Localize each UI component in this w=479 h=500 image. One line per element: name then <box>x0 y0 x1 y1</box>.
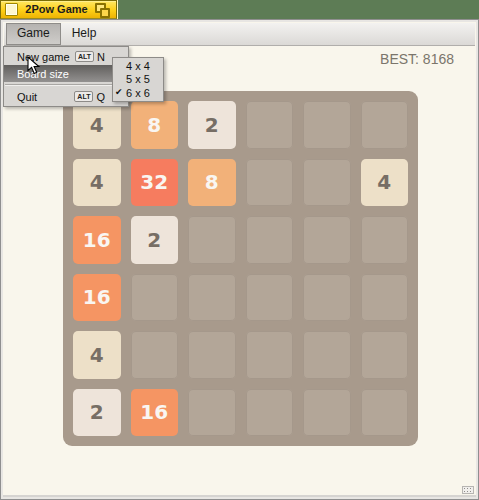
shortcut-key: N <box>97 51 105 63</box>
tile-4: 4 <box>361 159 409 207</box>
window-title: 2Pow Game <box>18 1 95 18</box>
title-bar[interactable]: 2Pow Game <box>0 0 117 19</box>
tile-4: 4 <box>73 159 121 207</box>
tile-16: 16 <box>131 389 179 437</box>
empty-cell <box>303 159 351 207</box>
quit-shortcut: ALT Q <box>74 91 105 103</box>
empty-cell <box>361 274 409 322</box>
menu-item-board-size[interactable]: Board size ▶ <box>4 65 128 82</box>
submenu-item-6x6[interactable]: ✔ 6 x 6 <box>113 86 163 100</box>
empty-cell <box>303 389 351 437</box>
empty-cell <box>188 389 236 437</box>
tile-2: 2 <box>73 389 121 437</box>
game-menu-popup: New game ALT N Board size ▶ Quit ALT Q <box>3 46 129 107</box>
board: 48243284162164216 <box>63 91 418 446</box>
empty-cell <box>246 159 294 207</box>
option-4x4-label: 4 x 4 <box>126 60 150 72</box>
empty-cell <box>303 274 351 322</box>
menu-item-new-game[interactable]: New game ALT N <box>4 48 128 65</box>
desktop: Game Help BEST: 8168 48243284162164216 2… <box>0 0 479 500</box>
board-size-submenu: 4 x 4 5 x 5 ✔ 6 x 6 <box>112 57 164 102</box>
empty-cell <box>188 274 236 322</box>
tile-8: 8 <box>188 159 236 207</box>
empty-cell <box>361 389 409 437</box>
empty-cell <box>361 216 409 264</box>
empty-cell <box>188 216 236 264</box>
empty-cell <box>246 274 294 322</box>
empty-cell <box>246 101 294 149</box>
empty-cell <box>131 274 179 322</box>
empty-cell <box>246 389 294 437</box>
mouse-cursor-icon <box>27 56 41 76</box>
alt-key-badge: ALT <box>75 51 94 62</box>
board-size-label: Board size <box>17 68 69 80</box>
alt-key-badge: ALT <box>74 91 93 102</box>
tile-32: 32 <box>131 159 179 207</box>
empty-cell <box>188 331 236 379</box>
best-score-label: BEST: 8168 <box>380 51 454 67</box>
submenu-item-4x4[interactable]: 4 x 4 <box>113 59 163 73</box>
new-game-shortcut: ALT N <box>75 51 105 63</box>
empty-cell <box>246 331 294 379</box>
tile-2: 2 <box>131 216 179 264</box>
submenu-item-5x5[interactable]: 5 x 5 <box>113 73 163 87</box>
shade-window-icon[interactable] <box>95 2 111 17</box>
shade-icon-front-square <box>100 8 110 18</box>
new-game-label: New game <box>17 51 70 63</box>
tile-4: 4 <box>73 101 121 149</box>
menu-bar: Game Help <box>4 23 475 46</box>
quit-label: Quit <box>17 91 37 103</box>
tile-16: 16 <box>73 274 121 322</box>
empty-cell <box>303 216 351 264</box>
tile-8: 8 <box>131 101 179 149</box>
window-menu-icon[interactable] <box>5 3 18 16</box>
menu-separator <box>5 84 127 86</box>
empty-cell <box>361 101 409 149</box>
empty-cell <box>131 331 179 379</box>
tile-2: 2 <box>188 101 236 149</box>
empty-cell <box>246 216 294 264</box>
option-5x5-label: 5 x 5 <box>126 73 150 85</box>
option-6x6-label: 6 x 6 <box>126 87 150 99</box>
empty-cell <box>303 331 351 379</box>
empty-cell <box>303 101 351 149</box>
empty-cell <box>361 331 409 379</box>
menu-help[interactable]: Help <box>61 23 108 45</box>
menu-game[interactable]: Game <box>6 23 61 45</box>
menu-item-quit[interactable]: Quit ALT Q <box>4 88 128 105</box>
tile-16: 16 <box>73 216 121 264</box>
shortcut-key: Q <box>96 91 105 103</box>
resize-grip[interactable] <box>462 486 474 494</box>
checkmark-icon: ✔ <box>115 87 123 97</box>
tile-4: 4 <box>73 331 121 379</box>
